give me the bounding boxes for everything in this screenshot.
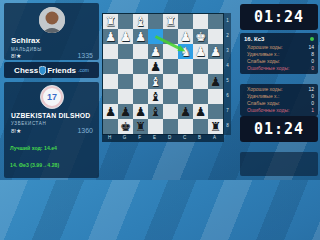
- square-h3[interactable]: [103, 44, 118, 59]
- player-panel-white: Schirax МАЛЬДИВЫ 8!★ 1335: [4, 3, 99, 60]
- square-b4[interactable]: [193, 59, 208, 74]
- square-a7[interactable]: [208, 104, 223, 119]
- rank-label: 6: [224, 88, 231, 103]
- panel-placeholder: [240, 152, 318, 176]
- square-f7[interactable]: ♟: [133, 104, 148, 119]
- square-h1[interactable]: ♜: [103, 14, 118, 29]
- square-g3[interactable]: [118, 44, 133, 59]
- logo-text-com: .com: [78, 67, 89, 73]
- player-badges-white: 8!★: [11, 52, 21, 59]
- piece-white-pawn: ♟: [210, 44, 221, 59]
- square-c2[interactable]: ♟: [178, 29, 193, 44]
- file-label: A: [207, 134, 222, 142]
- square-g6[interactable]: [118, 89, 133, 104]
- player-name-white: Schirax: [11, 36, 40, 45]
- square-f6[interactable]: [133, 89, 148, 104]
- square-a3[interactable]: ♟: [208, 44, 223, 59]
- stat-value: 0: [311, 100, 314, 107]
- piece-white-rook: ♜: [105, 14, 116, 29]
- square-c6[interactable]: [178, 89, 193, 104]
- rank-label: 2: [224, 28, 231, 43]
- file-label: G: [117, 134, 132, 142]
- rank-label: 3: [224, 43, 231, 58]
- square-e2[interactable]: [148, 29, 163, 44]
- piece-black-pawn: ♟: [195, 104, 206, 119]
- board: ♜♝♜♟♟♟♟♚♟♞♟♟♟♝♟♝♟♟♟♝♟♟♚♜♜: [102, 13, 224, 135]
- piece-black-king: ♚: [120, 119, 131, 134]
- square-d6[interactable]: [163, 89, 178, 104]
- rank-label: 1: [224, 13, 231, 28]
- stat-label: Слабые ходы:: [247, 100, 280, 107]
- piece-white-pawn: ♟: [150, 44, 161, 59]
- square-h2[interactable]: ♟: [103, 29, 118, 44]
- file-label: H: [102, 134, 117, 142]
- square-h5[interactable]: [103, 74, 118, 89]
- logo-text-chess: Chess: [14, 66, 38, 75]
- player-badges-black: 8!★: [11, 127, 21, 134]
- square-d2[interactable]: [163, 29, 178, 44]
- square-a8[interactable]: ♜: [208, 119, 223, 134]
- file-labels: HGFEDCBA: [102, 134, 224, 142]
- stat-label: Удачливые х.:: [247, 51, 279, 58]
- piece-white-bishop: ♝: [150, 74, 161, 89]
- square-h4[interactable]: [103, 59, 118, 74]
- square-e8[interactable]: [148, 119, 163, 134]
- square-c1[interactable]: [178, 14, 193, 29]
- file-label: F: [132, 134, 147, 142]
- square-h8[interactable]: [103, 119, 118, 134]
- square-d3[interactable]: [163, 44, 178, 59]
- piece-white-pawn: ♟: [135, 29, 146, 44]
- square-g2[interactable]: ♟: [118, 29, 133, 44]
- piece-white-pawn: ♟: [120, 29, 131, 44]
- square-e6[interactable]: ♝: [148, 89, 163, 104]
- piece-white-rook: ♜: [165, 14, 176, 29]
- rank-label: 7: [224, 103, 231, 118]
- clock-white: 01:24: [240, 4, 318, 30]
- square-e1[interactable]: [148, 14, 163, 29]
- shield-icon: [39, 66, 46, 75]
- square-f8[interactable]: ♜: [133, 119, 148, 134]
- analysis-panel-black: Хорошие ходы:12 Удачливые х.:0 Слабые хо…: [240, 84, 318, 116]
- piece-white-pawn: ♟: [105, 29, 116, 44]
- stat-value: 14: [308, 44, 314, 51]
- piece-black-bishop: ♝: [150, 104, 161, 119]
- rank-label: 8: [224, 118, 231, 133]
- square-f2[interactable]: ♟: [133, 29, 148, 44]
- square-g8[interactable]: ♚: [118, 119, 133, 134]
- square-d7[interactable]: [163, 104, 178, 119]
- file-label: C: [177, 134, 192, 142]
- move-eval-text: 14. Фe3 (3.99→4.28): [10, 162, 59, 168]
- piece-white-king: ♚: [195, 29, 206, 44]
- piece-white-knight: ♞: [180, 44, 191, 59]
- rank-label: 5: [224, 73, 231, 88]
- piece-white-pawn: ♟: [195, 44, 206, 59]
- square-g1[interactable]: [118, 14, 133, 29]
- square-c5[interactable]: [178, 74, 193, 89]
- square-c8[interactable]: [178, 119, 193, 134]
- player-rating-black: 1360: [77, 127, 93, 134]
- rank-label: 4: [224, 58, 231, 73]
- square-b5[interactable]: [193, 74, 208, 89]
- analysis-panel-white: 16. Кc3 Хорошие ходы:14 Удачливые х.:8 С…: [240, 33, 318, 74]
- square-a2[interactable]: [208, 29, 223, 44]
- piece-black-pawn: ♟: [120, 104, 131, 119]
- avatar-white: [39, 7, 65, 33]
- square-c4[interactable]: [178, 59, 193, 74]
- piece-black-rook: ♜: [135, 119, 146, 134]
- square-c7[interactable]: ♟: [178, 104, 193, 119]
- player-name-black: UZBEKISTAN DILSHOD: [11, 112, 90, 119]
- best-move-hint: Лучший ход: 14.e4: [10, 145, 57, 151]
- square-g4[interactable]: [118, 59, 133, 74]
- piece-black-rook: ♜: [210, 119, 221, 134]
- stat-label: Ошибочные ходы:: [247, 65, 289, 72]
- square-g5[interactable]: [118, 74, 133, 89]
- stat-value: 8: [311, 51, 314, 58]
- piece-black-pawn: ♟: [150, 59, 161, 74]
- square-b6[interactable]: [193, 89, 208, 104]
- chessfriends-logo[interactable]: Chess Friends .com: [4, 62, 99, 78]
- file-label: E: [147, 134, 162, 142]
- stat-label: Слабые ходы:: [247, 58, 280, 65]
- avatar-black: 17: [40, 85, 64, 109]
- last-move-label: 16. Кc3: [244, 36, 264, 42]
- square-d1[interactable]: ♜: [163, 14, 178, 29]
- square-e7[interactable]: ♝: [148, 104, 163, 119]
- stat-label: Удачливые х.:: [247, 93, 279, 100]
- stat-value: 0: [311, 93, 314, 100]
- player-rating-white: 1335: [77, 52, 93, 59]
- player-panel-black: 17 UZBEKISTAN DILSHOD УЗБЕКИСТАН 8!★ 136…: [4, 82, 99, 178]
- square-g7[interactable]: ♟: [118, 104, 133, 119]
- square-a5[interactable]: ♟: [208, 74, 223, 89]
- rank-labels: 12345678: [224, 13, 231, 135]
- square-b1[interactable]: [193, 14, 208, 29]
- square-e5[interactable]: ♝: [148, 74, 163, 89]
- square-f3[interactable]: [133, 44, 148, 59]
- square-b2[interactable]: ♚: [193, 29, 208, 44]
- stat-label: Хорошие ходы:: [247, 44, 283, 51]
- piece-white-pawn: ♟: [180, 29, 191, 44]
- piece-black-pawn: ♟: [105, 104, 116, 119]
- piece-black-pawn: ♟: [180, 104, 191, 119]
- square-b3[interactable]: ♟: [193, 44, 208, 59]
- piece-black-pawn: ♟: [135, 104, 146, 119]
- square-e4[interactable]: ♟: [148, 59, 163, 74]
- player-country-black: УЗБЕКИСТАН: [11, 121, 46, 126]
- stat-value: 0: [311, 58, 314, 65]
- square-d5[interactable]: [163, 74, 178, 89]
- square-h6[interactable]: [103, 89, 118, 104]
- square-a4[interactable]: [208, 59, 223, 74]
- square-f1[interactable]: ♝: [133, 14, 148, 29]
- square-d8[interactable]: [163, 119, 178, 134]
- good-move-dot-icon: [310, 37, 314, 41]
- square-b8[interactable]: [193, 119, 208, 134]
- file-label: D: [162, 134, 177, 142]
- clock-black: 01:24: [240, 116, 318, 142]
- square-e3[interactable]: ♟: [148, 44, 163, 59]
- stat-value: 0: [311, 65, 314, 72]
- square-c3[interactable]: ♞: [178, 44, 193, 59]
- square-a1[interactable]: [208, 14, 223, 29]
- piece-white-bishop: ♝: [135, 14, 146, 29]
- square-h7[interactable]: ♟: [103, 104, 118, 119]
- square-b7[interactable]: ♟: [193, 104, 208, 119]
- square-d4[interactable]: [163, 59, 178, 74]
- square-f5[interactable]: [133, 74, 148, 89]
- stat-label: Ошибочные ходы:: [247, 107, 289, 114]
- piece-black-bishop: ♝: [150, 89, 161, 104]
- logo-text-friends: Friends: [47, 66, 76, 75]
- square-f4[interactable]: [133, 59, 148, 74]
- piece-black-pawn: ♟: [210, 74, 221, 89]
- file-label: B: [192, 134, 207, 142]
- avatar-photo-icon: [39, 7, 65, 33]
- stat-label: Хорошие ходы:: [247, 86, 283, 93]
- square-a6[interactable]: [208, 89, 223, 104]
- stat-value: 12: [308, 86, 314, 93]
- stat-value: 1: [311, 107, 314, 114]
